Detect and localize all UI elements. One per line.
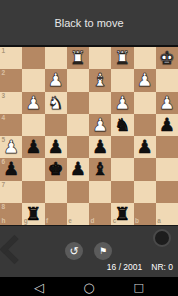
square-f4[interactable] xyxy=(45,114,67,136)
square-g2[interactable] xyxy=(22,69,44,91)
square-b5[interactable]: ♟ xyxy=(134,136,156,158)
file-label: f xyxy=(46,218,48,225)
white-pawn: ♟ xyxy=(89,114,111,136)
square-g7[interactable] xyxy=(22,181,44,203)
square-h2[interactable]: 2 xyxy=(0,69,22,91)
square-c2[interactable] xyxy=(111,69,133,91)
square-f3[interactable]: ♞ xyxy=(45,92,67,114)
flag-button[interactable]: ⚑ xyxy=(94,242,112,260)
square-a5[interactable] xyxy=(156,136,178,158)
square-e4[interactable] xyxy=(67,114,89,136)
white-king: ♚ xyxy=(156,47,178,69)
rank-label: 2 xyxy=(2,70,6,77)
square-d8[interactable]: d xyxy=(89,203,111,225)
square-d5[interactable]: ♟ xyxy=(89,136,111,158)
rank-label: 7 xyxy=(2,182,6,189)
square-h5[interactable]: 5♟ xyxy=(0,136,22,158)
android-navbar: ◁ ○ □ xyxy=(0,277,178,296)
square-a8[interactable]: a xyxy=(156,203,178,225)
previous-arrow-icon[interactable] xyxy=(0,235,29,265)
square-b7[interactable] xyxy=(134,181,156,203)
rank-label: 4 xyxy=(2,115,6,122)
file-label: h xyxy=(2,218,6,225)
square-e3[interactable] xyxy=(67,92,89,114)
square-g3[interactable]: ♟ xyxy=(22,92,44,114)
rating-counter: NR: 0 xyxy=(151,262,173,272)
square-c5[interactable] xyxy=(111,136,133,158)
black-knight: ♞ xyxy=(111,114,133,136)
square-g4[interactable] xyxy=(22,114,44,136)
white-pawn: ♟ xyxy=(0,136,22,158)
square-a7[interactable] xyxy=(156,181,178,203)
square-b1[interactable] xyxy=(134,47,156,69)
rank-label: 5 xyxy=(2,137,6,144)
square-a6[interactable] xyxy=(156,158,178,180)
square-c6[interactable] xyxy=(111,158,133,180)
back-icon[interactable]: ◁ xyxy=(34,281,44,294)
file-label: c xyxy=(113,218,117,225)
rank-label: 6 xyxy=(2,159,6,166)
square-g6[interactable] xyxy=(22,158,44,180)
square-e8[interactable]: e xyxy=(67,203,89,225)
square-a2[interactable] xyxy=(156,69,178,91)
square-f6[interactable]: ♚ xyxy=(45,158,67,180)
black-king: ♚ xyxy=(45,158,67,180)
square-e1[interactable]: ♜ xyxy=(67,47,89,69)
square-f7[interactable] xyxy=(45,181,67,203)
square-b3[interactable] xyxy=(134,92,156,114)
rank-label: 3 xyxy=(2,93,6,100)
black-pawn: ♟ xyxy=(89,136,111,158)
recents-icon[interactable]: □ xyxy=(134,282,144,293)
square-h3[interactable]: 3 xyxy=(0,92,22,114)
square-h4[interactable]: 4 xyxy=(0,114,22,136)
puzzle-counter: 16 / 2001 xyxy=(107,262,142,272)
square-b8[interactable]: b xyxy=(134,203,156,225)
rank-label: 8 xyxy=(2,204,6,211)
file-label: g xyxy=(24,218,28,225)
retry-icon: ↺ xyxy=(69,245,78,258)
turn-status-text: Black to move xyxy=(54,17,123,29)
side-to-move-indicator xyxy=(153,229,171,247)
home-icon[interactable]: ○ xyxy=(83,281,94,294)
retry-button[interactable]: ↺ xyxy=(65,242,83,260)
square-c4[interactable]: ♞ xyxy=(111,114,133,136)
flag-icon: ⚑ xyxy=(99,246,107,256)
black-pawn: ♟ xyxy=(22,136,44,158)
white-pawn: ♟ xyxy=(134,69,156,91)
square-e6[interactable]: ♟ xyxy=(67,158,89,180)
square-b6[interactable] xyxy=(134,158,156,180)
square-e5[interactable] xyxy=(67,136,89,158)
white-pawn: ♟ xyxy=(156,92,178,114)
square-d2[interactable]: ♝ xyxy=(89,69,111,91)
square-d1[interactable] xyxy=(89,47,111,69)
chess-board: 1♜♜♚2♟♝♟3♟♞♟♟4♟♞♟5♟♟♟♟♟6♟♚♟♝78hg♜fedc♜ba xyxy=(0,47,178,225)
puzzle-counter-row: 16 / 2001 NR: 0 xyxy=(107,262,173,272)
file-label: e xyxy=(68,218,72,225)
square-c8[interactable]: c♜ xyxy=(111,203,133,225)
black-bishop: ♝ xyxy=(89,158,111,180)
black-pawn: ♟ xyxy=(0,158,22,180)
square-f5[interactable]: ♟ xyxy=(45,136,67,158)
square-b2[interactable]: ♟ xyxy=(134,69,156,91)
black-pawn: ♟ xyxy=(156,114,178,136)
square-a4[interactable]: ♟ xyxy=(156,114,178,136)
square-a3[interactable]: ♟ xyxy=(156,92,178,114)
square-d3[interactable] xyxy=(89,92,111,114)
square-c7[interactable] xyxy=(111,181,133,203)
white-pawn: ♟ xyxy=(22,92,44,114)
square-g8[interactable]: g♜ xyxy=(22,203,44,225)
white-rook: ♜ xyxy=(111,47,133,69)
white-bishop: ♝ xyxy=(89,69,111,91)
square-h1[interactable]: 1 xyxy=(0,47,22,69)
black-pawn: ♟ xyxy=(67,158,89,180)
app-window: Black to move 1♜♜♚2♟♝♟3♟♞♟♟4♟♞♟5♟♟♟♟♟6♟♚… xyxy=(0,0,178,296)
square-h6[interactable]: 6♟ xyxy=(0,158,22,180)
square-c3[interactable]: ♟ xyxy=(111,92,133,114)
square-d6[interactable]: ♝ xyxy=(89,158,111,180)
white-pawn: ♟ xyxy=(45,69,67,91)
black-pawn: ♟ xyxy=(134,136,156,158)
square-h7[interactable]: 7 xyxy=(0,181,22,203)
square-b4[interactable] xyxy=(134,114,156,136)
square-e7[interactable] xyxy=(67,181,89,203)
square-g5[interactable]: ♟ xyxy=(22,136,44,158)
square-f1[interactable] xyxy=(45,47,67,69)
white-pawn: ♟ xyxy=(111,92,133,114)
rank-label: 1 xyxy=(2,48,6,55)
square-e2[interactable] xyxy=(67,69,89,91)
black-rook: ♜ xyxy=(111,203,133,225)
square-a1[interactable]: ♚ xyxy=(156,47,178,69)
white-knight: ♞ xyxy=(45,92,67,114)
black-pawn: ♟ xyxy=(45,136,67,158)
square-c1[interactable]: ♜ xyxy=(111,47,133,69)
square-h8[interactable]: 8h xyxy=(0,203,22,225)
status-header: Black to move xyxy=(0,0,178,45)
square-f2[interactable]: ♟ xyxy=(45,69,67,91)
file-label: b xyxy=(135,218,139,225)
square-f8[interactable]: f xyxy=(45,203,67,225)
file-label: a xyxy=(157,218,161,225)
black-rook: ♜ xyxy=(22,203,44,225)
square-d7[interactable] xyxy=(89,181,111,203)
file-label: d xyxy=(91,218,95,225)
control-panel: ↺ ⚑ 16 / 2001 NR: 0 xyxy=(0,225,178,277)
square-d4[interactable]: ♟ xyxy=(89,114,111,136)
square-g1[interactable] xyxy=(22,47,44,69)
white-rook: ♜ xyxy=(67,47,89,69)
